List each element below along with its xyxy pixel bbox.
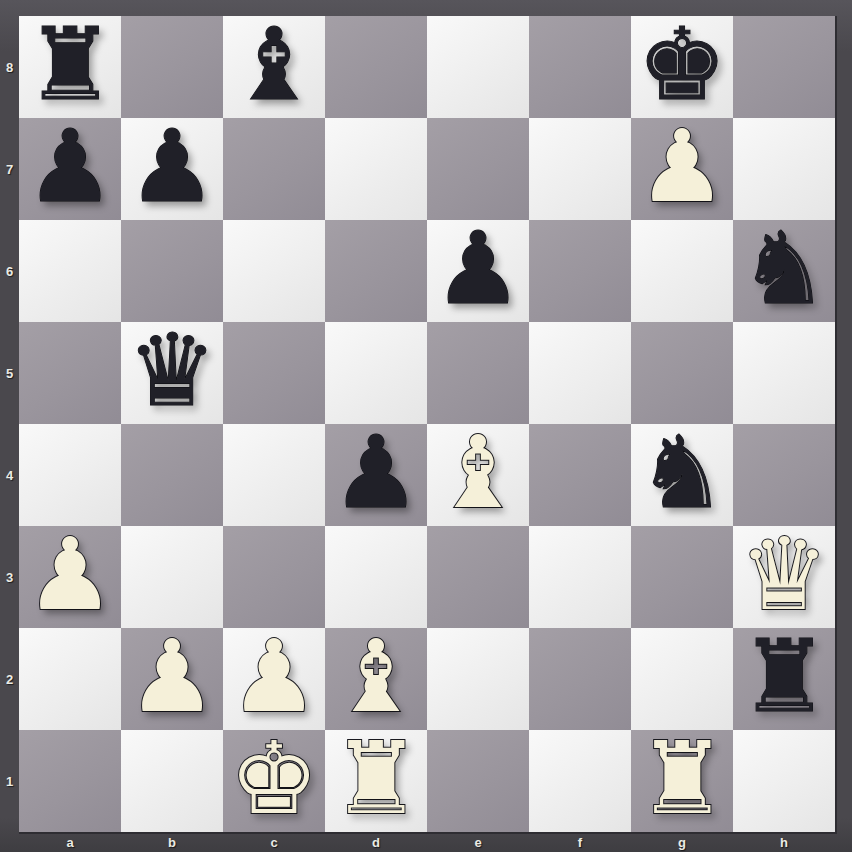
piece-white-rook[interactable]: ♜: [637, 729, 727, 829]
square-e8[interactable]: [427, 16, 529, 118]
rank-label-1: 1: [0, 730, 19, 832]
square-e7[interactable]: [427, 118, 529, 220]
square-d5[interactable]: [325, 322, 427, 424]
square-f5[interactable]: [529, 322, 631, 424]
square-h2[interactable]: ♜: [733, 628, 835, 730]
square-b4[interactable]: [121, 424, 223, 526]
piece-black-pawn[interactable]: ♟: [25, 117, 115, 217]
square-h5[interactable]: [733, 322, 835, 424]
piece-black-knight[interactable]: ♞: [637, 423, 727, 523]
rank-label-7: 7: [0, 118, 19, 220]
square-e6[interactable]: ♟: [427, 220, 529, 322]
square-c2[interactable]: ♟: [223, 628, 325, 730]
piece-white-pawn[interactable]: ♟: [127, 627, 217, 727]
square-f1[interactable]: [529, 730, 631, 832]
square-b2[interactable]: ♟: [121, 628, 223, 730]
square-d3[interactable]: [325, 526, 427, 628]
square-g2[interactable]: [631, 628, 733, 730]
square-a4[interactable]: [19, 424, 121, 526]
square-g8[interactable]: ♚: [631, 16, 733, 118]
square-b5[interactable]: ♛: [121, 322, 223, 424]
rank-labels: 87654321: [0, 16, 19, 832]
rank-label-8: 8: [0, 16, 19, 118]
square-d8[interactable]: [325, 16, 427, 118]
square-e2[interactable]: [427, 628, 529, 730]
square-c8[interactable]: ♝: [223, 16, 325, 118]
rank-label-2: 2: [0, 628, 19, 730]
square-g4[interactable]: ♞: [631, 424, 733, 526]
piece-black-bishop[interactable]: ♝: [229, 15, 319, 115]
piece-white-bishop[interactable]: ♝: [331, 627, 421, 727]
square-e3[interactable]: [427, 526, 529, 628]
square-h4[interactable]: [733, 424, 835, 526]
square-g3[interactable]: [631, 526, 733, 628]
square-a2[interactable]: [19, 628, 121, 730]
piece-black-pawn[interactable]: ♟: [127, 117, 217, 217]
square-c3[interactable]: [223, 526, 325, 628]
square-f6[interactable]: [529, 220, 631, 322]
square-g5[interactable]: [631, 322, 733, 424]
square-a6[interactable]: [19, 220, 121, 322]
piece-black-rook[interactable]: ♜: [25, 15, 115, 115]
square-f8[interactable]: [529, 16, 631, 118]
rank-label-4: 4: [0, 424, 19, 526]
square-h1[interactable]: [733, 730, 835, 832]
piece-white-king[interactable]: ♚: [229, 729, 319, 829]
square-c1[interactable]: ♚: [223, 730, 325, 832]
square-e4[interactable]: ♝: [427, 424, 529, 526]
square-h6[interactable]: ♞: [733, 220, 835, 322]
square-g6[interactable]: [631, 220, 733, 322]
piece-white-pawn[interactable]: ♟: [637, 117, 727, 217]
file-label-b: b: [121, 832, 223, 852]
chess-board: ♜♝♚♟♟♟♟♞♛♟♝♞♟♛♟♟♝♜♚♜♜: [19, 16, 835, 832]
file-label-h: h: [733, 832, 835, 852]
square-e1[interactable]: [427, 730, 529, 832]
square-d6[interactable]: [325, 220, 427, 322]
square-d4[interactable]: ♟: [325, 424, 427, 526]
square-a1[interactable]: [19, 730, 121, 832]
piece-black-knight[interactable]: ♞: [739, 219, 829, 319]
square-f4[interactable]: [529, 424, 631, 526]
piece-black-rook[interactable]: ♜: [739, 627, 829, 727]
piece-white-bishop[interactable]: ♝: [433, 423, 523, 523]
square-c7[interactable]: [223, 118, 325, 220]
piece-black-pawn[interactable]: ♟: [331, 423, 421, 523]
square-h3[interactable]: ♛: [733, 526, 835, 628]
piece-white-pawn[interactable]: ♟: [229, 627, 319, 727]
piece-white-queen[interactable]: ♛: [739, 525, 829, 625]
square-c6[interactable]: [223, 220, 325, 322]
square-b6[interactable]: [121, 220, 223, 322]
square-a8[interactable]: ♜: [19, 16, 121, 118]
square-a5[interactable]: [19, 322, 121, 424]
square-h8[interactable]: [733, 16, 835, 118]
piece-white-rook[interactable]: ♜: [331, 729, 421, 829]
piece-black-pawn[interactable]: ♟: [433, 219, 523, 319]
square-d1[interactable]: ♜: [325, 730, 427, 832]
square-d2[interactable]: ♝: [325, 628, 427, 730]
square-b1[interactable]: [121, 730, 223, 832]
file-label-f: f: [529, 832, 631, 852]
square-h7[interactable]: [733, 118, 835, 220]
rank-label-5: 5: [0, 322, 19, 424]
square-b7[interactable]: ♟: [121, 118, 223, 220]
square-c5[interactable]: [223, 322, 325, 424]
rank-label-6: 6: [0, 220, 19, 322]
square-a3[interactable]: ♟: [19, 526, 121, 628]
square-g1[interactable]: ♜: [631, 730, 733, 832]
square-g7[interactable]: ♟: [631, 118, 733, 220]
square-c4[interactable]: [223, 424, 325, 526]
piece-black-queen[interactable]: ♛: [127, 321, 217, 421]
square-b8[interactable]: [121, 16, 223, 118]
file-label-a: a: [19, 832, 121, 852]
board-frame: 87654321 abcdefgh ♜♝♚♟♟♟♟♞♛♟♝♞♟♛♟♟♝♜♚♜♜: [0, 0, 852, 852]
square-f2[interactable]: [529, 628, 631, 730]
piece-black-king[interactable]: ♚: [637, 15, 727, 115]
piece-white-pawn[interactable]: ♟: [25, 525, 115, 625]
square-e5[interactable]: [427, 322, 529, 424]
square-f3[interactable]: [529, 526, 631, 628]
square-d7[interactable]: [325, 118, 427, 220]
square-f7[interactable]: [529, 118, 631, 220]
rank-label-3: 3: [0, 526, 19, 628]
file-label-e: e: [427, 832, 529, 852]
square-a7[interactable]: ♟: [19, 118, 121, 220]
square-b3[interactable]: [121, 526, 223, 628]
